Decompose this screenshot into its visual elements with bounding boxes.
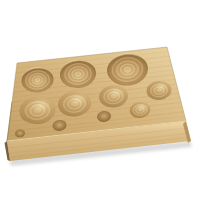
wooden-pit-board bbox=[0, 0, 200, 200]
product-photo bbox=[0, 0, 200, 200]
